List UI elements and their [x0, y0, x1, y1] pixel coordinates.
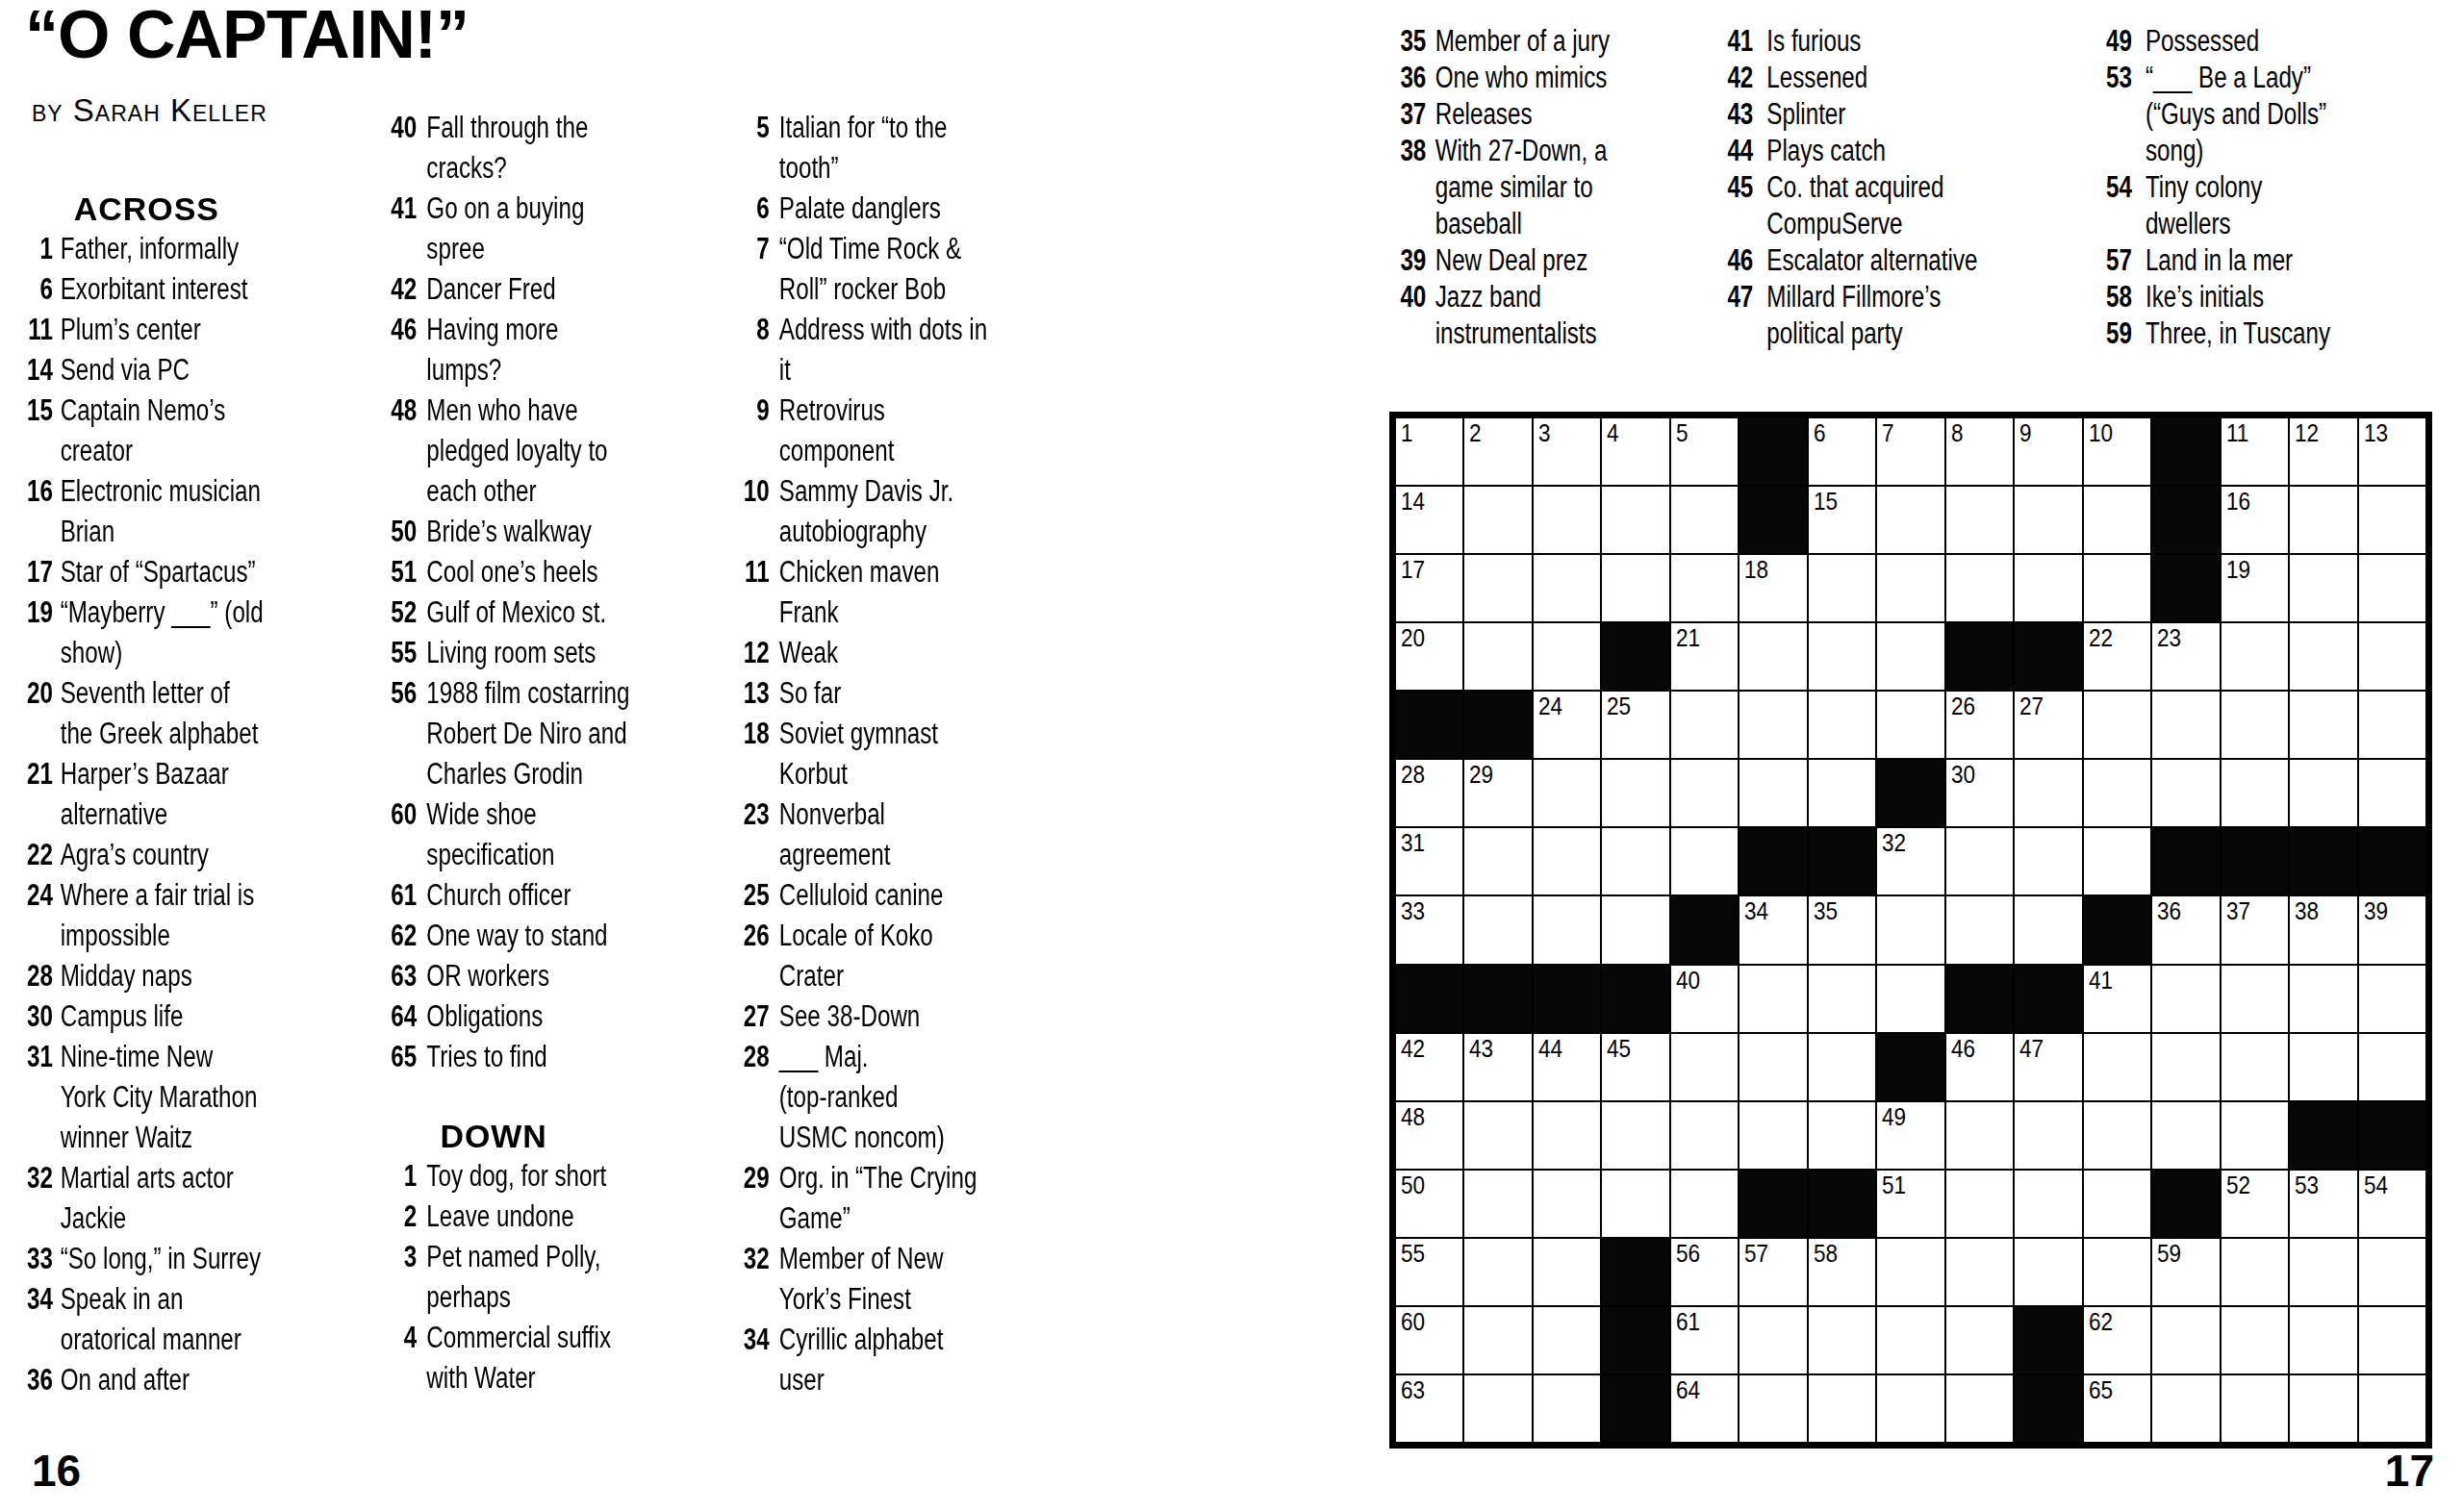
cell-r11c2[interactable]	[1464, 1102, 1531, 1169]
cell-r5c14[interactable]	[2290, 692, 2356, 758]
cell-r7c5[interactable]	[1671, 828, 1738, 895]
cell-r14c11[interactable]: 62	[2084, 1307, 2150, 1373]
clue-down-11: 11Chicken mavenFrank	[741, 552, 1029, 633]
cell-r15c5[interactable]: 64	[1671, 1375, 1738, 1442]
cell-r9c6[interactable]	[1739, 966, 1806, 1032]
clue-text: See 38-Down	[779, 999, 921, 1033]
cell-r7c3[interactable]	[1534, 828, 1600, 895]
cell-r6c2[interactable]: 29	[1464, 760, 1531, 826]
cell-r4c14[interactable]	[2290, 623, 2356, 690]
cell-r10c6[interactable]	[1739, 1034, 1806, 1100]
clue-text: Land in la mer	[2146, 243, 2293, 277]
cell-number: 23	[2157, 625, 2181, 650]
cell-r8c7[interactable]: 35	[1809, 896, 1875, 963]
cell-r12c14[interactable]: 53	[2290, 1171, 2356, 1237]
cell-r10c15[interactable]	[2359, 1034, 2425, 1100]
clue-number: 46	[380, 310, 417, 350]
clue-text: Exorbitant interest	[61, 272, 248, 306]
cell-r7c4[interactable]	[1602, 828, 1668, 895]
clue-text: Nine-time NewYork City Marathonwinner Wa…	[61, 1040, 258, 1154]
cell-r13c15[interactable]	[2359, 1239, 2425, 1305]
cell-r10c13[interactable]	[2222, 1034, 2288, 1100]
cell-r15c3[interactable]	[1534, 1375, 1600, 1442]
cell-r12c10[interactable]	[2015, 1171, 2081, 1237]
cell-r10c10[interactable]: 47	[2015, 1034, 2081, 1100]
cell-r6c14[interactable]	[2290, 760, 2356, 826]
cell-r15c9[interactable]	[1946, 1375, 2013, 1442]
cell-r11c6[interactable]	[1739, 1102, 1806, 1169]
cell-r14c6[interactable]	[1739, 1307, 1806, 1373]
cell-number: 4	[1607, 420, 1619, 445]
cell-number: 3	[1538, 420, 1551, 445]
cell-r7c8[interactable]: 32	[1877, 828, 1943, 895]
clue-number: 40	[380, 108, 417, 148]
cell-r14c12[interactable]	[2152, 1307, 2219, 1373]
cell-number: 32	[1882, 830, 1906, 855]
cell-r12c3[interactable]	[1534, 1171, 1600, 1237]
cell-r13c3[interactable]	[1534, 1239, 1600, 1305]
cell-r3c5[interactable]	[1671, 555, 1738, 621]
cell-r12c1[interactable]: 50	[1396, 1171, 1462, 1237]
cell-r2c7[interactable]: 15	[1809, 487, 1875, 553]
clue-text: One who mimics	[1435, 61, 1608, 94]
cell-r3c8[interactable]	[1877, 555, 1943, 621]
cell-r3c11[interactable]	[2084, 555, 2150, 621]
cell-r2c2[interactable]	[1464, 487, 1531, 553]
black-cell-r9c4	[1602, 966, 1668, 1032]
cell-r8c4[interactable]	[1602, 896, 1668, 963]
clue-down-4: 4Commercial suffixwith Water	[380, 1318, 678, 1399]
cell-r4c3[interactable]	[1534, 623, 1600, 690]
cell-r5c12[interactable]	[2152, 692, 2219, 758]
clue-number: 45	[1720, 169, 1753, 206]
cell-r15c8[interactable]	[1877, 1375, 1943, 1442]
cell-r4c11[interactable]: 22	[2084, 623, 2150, 690]
clue-across-50: 50Bride’s walkway	[380, 512, 678, 552]
cell-number: 52	[2226, 1172, 2250, 1197]
cell-number: 62	[2089, 1309, 2113, 1334]
cell-r1c7[interactable]: 6	[1809, 418, 1875, 485]
cell-r7c1[interactable]: 31	[1396, 828, 1462, 895]
cell-r12c5[interactable]	[1671, 1171, 1738, 1237]
cell-r5c6[interactable]	[1739, 692, 1806, 758]
clue-down-2: 2Leave undone	[380, 1197, 678, 1237]
cell-number: 24	[1538, 693, 1562, 718]
cell-r1c9[interactable]: 8	[1946, 418, 2013, 485]
clue-down-53: 53“___ Be a Lady”(“Guys and Dolls”song)	[2097, 60, 2420, 169]
cell-r12c11[interactable]	[2084, 1171, 2150, 1237]
cell-r2c5[interactable]	[1671, 487, 1738, 553]
cell-number: 29	[1469, 762, 1493, 787]
cell-number: 18	[1744, 557, 1768, 582]
cell-r11c10[interactable]	[2015, 1102, 2081, 1169]
clue-number: 8	[741, 310, 770, 350]
cell-r2c14[interactable]	[2290, 487, 2356, 553]
cell-r15c6[interactable]	[1739, 1375, 1806, 1442]
cell-r2c15[interactable]	[2359, 487, 2425, 553]
clue-across-22: 22Agra’s country	[18, 835, 303, 875]
cell-r2c11[interactable]	[2084, 487, 2150, 553]
clue-text: Obligations	[426, 999, 543, 1033]
cell-r9c8[interactable]	[1877, 966, 1943, 1032]
black-cell-r8c11	[2084, 896, 2150, 963]
cell-r4c13[interactable]	[2222, 623, 2288, 690]
cell-r1c13[interactable]: 11	[2222, 418, 2288, 485]
cell-number: 5	[1676, 420, 1689, 445]
clue-down-7: 7“Old Time Rock &Roll” rocker Bob	[741, 229, 1029, 310]
cell-r4c12[interactable]: 23	[2152, 623, 2219, 690]
clue-text: Wide shoespecification	[426, 797, 554, 871]
cell-r9c14[interactable]	[2290, 966, 2356, 1032]
cell-r6c4[interactable]	[1602, 760, 1668, 826]
cell-r15c13[interactable]	[2222, 1375, 2288, 1442]
cell-r9c13[interactable]	[2222, 966, 2288, 1032]
cell-r2c9[interactable]	[1946, 487, 2013, 553]
cell-number: 13	[2364, 420, 2388, 445]
cell-r8c8[interactable]	[1877, 896, 1943, 963]
clue-down-37: 37Releases	[1393, 96, 1686, 133]
cell-r6c3[interactable]	[1534, 760, 1600, 826]
cell-r1c11[interactable]: 10	[2084, 418, 2150, 485]
cell-r11c7[interactable]	[1809, 1102, 1875, 1169]
cell-r9c5[interactable]: 40	[1671, 966, 1738, 1032]
cell-r10c3[interactable]: 44	[1534, 1034, 1600, 1100]
cell-r14c7[interactable]	[1809, 1307, 1875, 1373]
cell-r5c8[interactable]	[1877, 692, 1943, 758]
cell-r14c1[interactable]: 60	[1396, 1307, 1462, 1373]
clue-text: On and after	[61, 1363, 190, 1397]
cell-r4c7[interactable]	[1809, 623, 1875, 690]
cell-r8c2[interactable]	[1464, 896, 1531, 963]
cell-r14c3[interactable]	[1534, 1307, 1600, 1373]
clue-text: So far	[779, 676, 842, 710]
clue-number: 25	[741, 875, 770, 916]
cell-r13c1[interactable]: 55	[1396, 1239, 1462, 1305]
cell-r9c15[interactable]	[2359, 966, 2425, 1032]
cell-r3c2[interactable]	[1464, 555, 1531, 621]
cell-r10c1[interactable]: 42	[1396, 1034, 1462, 1100]
cell-r5c4[interactable]: 25	[1602, 692, 1668, 758]
cell-r1c1[interactable]: 1	[1396, 418, 1462, 485]
clue-across-16: 16Electronic musicianBrian	[18, 471, 303, 552]
cell-r11c11[interactable]	[2084, 1102, 2150, 1169]
cell-r13c14[interactable]	[2290, 1239, 2356, 1305]
clue-text: Splinter	[1766, 97, 1845, 131]
cell-number: 54	[2364, 1172, 2388, 1197]
cell-r15c12[interactable]	[2152, 1375, 2219, 1442]
cell-r15c14[interactable]	[2290, 1375, 2356, 1442]
cell-r8c1[interactable]: 33	[1396, 896, 1462, 963]
cell-number: 25	[1607, 693, 1631, 718]
cell-r12c15[interactable]: 54	[2359, 1171, 2425, 1237]
black-cell-r7c15	[2359, 828, 2425, 895]
cell-r10c12[interactable]	[2152, 1034, 2219, 1100]
cell-r11c13[interactable]	[2222, 1102, 2288, 1169]
cell-r2c10[interactable]	[2015, 487, 2081, 553]
cell-r3c13[interactable]: 19	[2222, 555, 2288, 621]
black-cell-r9c9	[1946, 966, 2013, 1032]
black-cell-r5c1	[1396, 692, 1462, 758]
clue-down-40: 40Jazz bandinstrumentalists	[1393, 279, 1686, 352]
clue-text: Jazz bandinstrumentalists	[1435, 280, 1597, 350]
clue-number: 6	[18, 269, 53, 310]
cell-r14c9[interactable]	[1946, 1307, 2013, 1373]
cell-r1c8[interactable]: 7	[1877, 418, 1943, 485]
cell-r1c14[interactable]: 12	[2290, 418, 2356, 485]
cell-r15c2[interactable]	[1464, 1375, 1531, 1442]
cell-r15c7[interactable]	[1809, 1375, 1875, 1442]
clue-text: 1988 film costarringRobert De Niro andCh…	[426, 676, 629, 791]
cell-r10c4[interactable]: 45	[1602, 1034, 1668, 1100]
cell-r3c15[interactable]	[2359, 555, 2425, 621]
cell-number: 17	[1401, 557, 1425, 582]
cell-r6c10[interactable]	[2015, 760, 2081, 826]
cell-r3c4[interactable]	[1602, 555, 1668, 621]
clue-number: 61	[380, 875, 417, 916]
clue-down-35: 35Member of a jury	[1393, 23, 1686, 60]
clue-text: Org. in “The CryingGame”	[779, 1161, 978, 1235]
clue-number: 53	[2097, 60, 2132, 96]
cell-r11c3[interactable]	[1534, 1102, 1600, 1169]
cell-r13c13[interactable]	[2222, 1239, 2288, 1305]
cell-r2c8[interactable]	[1877, 487, 1943, 553]
black-cell-r2c6	[1739, 487, 1806, 553]
cell-r15c1[interactable]: 63	[1396, 1375, 1462, 1442]
clue-text: “Old Time Rock &Roll” rocker Bob	[779, 232, 961, 306]
clue-column-6: 49Possessed53“___ Be a Lady”(“Guys and D…	[2097, 23, 2420, 352]
cell-r4c1[interactable]: 20	[1396, 623, 1462, 690]
cell-r13c9[interactable]	[1946, 1239, 2013, 1305]
cell-r5c13[interactable]	[2222, 692, 2288, 758]
clue-text: Men who havepledged loyalty toeach other	[426, 393, 607, 508]
cell-r6c13[interactable]	[2222, 760, 2288, 826]
cell-r2c1[interactable]: 14	[1396, 487, 1462, 553]
cell-number: 59	[2157, 1241, 2181, 1266]
cell-r5c11[interactable]	[2084, 692, 2150, 758]
cell-r13c7[interactable]: 58	[1809, 1239, 1875, 1305]
cell-r1c10[interactable]: 9	[2015, 418, 2081, 485]
black-cell-r14c4	[1602, 1307, 1668, 1373]
cell-r10c7[interactable]	[1809, 1034, 1875, 1100]
cell-number: 55	[1401, 1241, 1425, 1266]
cell-r5c5[interactable]	[1671, 692, 1738, 758]
cell-r6c6[interactable]	[1739, 760, 1806, 826]
byline: by Sarah Keller	[32, 92, 267, 129]
cell-r11c1[interactable]: 48	[1396, 1102, 1462, 1169]
cell-r2c13[interactable]: 16	[2222, 487, 2288, 553]
clue-down-5: 5Italian for “to thetooth”	[741, 108, 1029, 189]
black-cell-r7c7	[1809, 828, 1875, 895]
clue-number: 19	[18, 592, 53, 633]
cell-r4c5[interactable]: 21	[1671, 623, 1738, 690]
cell-r13c6[interactable]: 57	[1739, 1239, 1806, 1305]
cell-r11c8[interactable]: 49	[1877, 1102, 1943, 1169]
cell-r4c6[interactable]	[1739, 623, 1806, 690]
cell-number: 43	[1469, 1036, 1493, 1061]
cell-r13c10[interactable]	[2015, 1239, 2081, 1305]
cell-r11c4[interactable]	[1602, 1102, 1668, 1169]
cell-r8c14[interactable]: 38	[2290, 896, 2356, 963]
cell-r8c3[interactable]	[1534, 896, 1600, 963]
cell-r11c5[interactable]	[1671, 1102, 1738, 1169]
clue-across-6: 6Exorbitant interest	[18, 269, 303, 310]
crossword-grid: 1234567891011121314151617181920212223242…	[1389, 412, 2432, 1449]
cell-r2c3[interactable]	[1534, 487, 1600, 553]
cell-r8c15[interactable]: 39	[2359, 896, 2425, 963]
clue-number: 20	[18, 673, 53, 714]
clue-text: Possessed	[2146, 24, 2259, 58]
clue-across-32: 32Martial arts actorJackie	[18, 1158, 303, 1239]
cell-r8c10[interactable]	[2015, 896, 2081, 963]
clue-across-36: 36On and after	[18, 1360, 303, 1400]
cell-r14c2[interactable]	[1464, 1307, 1531, 1373]
cell-r12c8[interactable]: 51	[1877, 1171, 1943, 1237]
clue-across-24: 24Where a fair trial isimpossible	[18, 875, 303, 956]
cell-r7c10[interactable]	[2015, 828, 2081, 895]
cell-number: 50	[1401, 1172, 1425, 1197]
cell-r1c4[interactable]: 4	[1602, 418, 1668, 485]
clue-text: Sammy Davis Jr.autobiography	[779, 474, 953, 548]
cell-r13c2[interactable]	[1464, 1239, 1531, 1305]
cell-r12c2[interactable]	[1464, 1171, 1531, 1237]
cell-r15c15[interactable]	[2359, 1375, 2425, 1442]
cell-r6c7[interactable]	[1809, 760, 1875, 826]
cell-r14c13[interactable]	[2222, 1307, 2288, 1373]
cell-r14c8[interactable]	[1877, 1307, 1943, 1373]
clue-number: 33	[18, 1239, 53, 1279]
clue-text: ___ Maj.(top-rankedUSMC noncom)	[779, 1040, 945, 1154]
down-header: DOWN	[440, 1116, 744, 1156]
cell-r4c2[interactable]	[1464, 623, 1531, 690]
cell-number: 61	[1676, 1309, 1700, 1334]
cell-r6c5[interactable]	[1671, 760, 1738, 826]
cell-r8c13[interactable]: 37	[2222, 896, 2288, 963]
cell-r12c4[interactable]	[1602, 1171, 1668, 1237]
clue-text: Having morelumps?	[426, 313, 558, 387]
clue-down-38: 38With 27-Down, agame similar tobaseball	[1393, 133, 1686, 242]
clue-down-46: 46Escalator alternative	[1720, 242, 2036, 279]
black-cell-r10c8	[1877, 1034, 1943, 1100]
cell-r5c15[interactable]	[2359, 692, 2425, 758]
cell-r3c9[interactable]	[1946, 555, 2013, 621]
cell-r11c9[interactable]	[1946, 1102, 2013, 1169]
cell-r14c5[interactable]: 61	[1671, 1307, 1738, 1373]
cell-r3c7[interactable]	[1809, 555, 1875, 621]
cell-r10c9[interactable]: 46	[1946, 1034, 2013, 1100]
cell-r1c15[interactable]: 13	[2359, 418, 2425, 485]
clue-number: 37	[1393, 96, 1426, 133]
clue-text: Agra’s country	[61, 838, 209, 871]
cell-number: 6	[1814, 420, 1826, 445]
cell-r10c11[interactable]	[2084, 1034, 2150, 1100]
clue-text: Releases	[1435, 97, 1533, 131]
cell-r9c11[interactable]: 41	[2084, 966, 2150, 1032]
cell-r6c9[interactable]: 30	[1946, 760, 2013, 826]
cell-r11c12[interactable]	[2152, 1102, 2219, 1169]
clue-across-42: 42Dancer Fred	[380, 269, 678, 310]
clue-column-3: 5Italian for “to thetooth”6Palate dangle…	[741, 108, 1029, 1400]
cell-r5c9[interactable]: 26	[1946, 692, 2013, 758]
cell-r7c11[interactable]	[2084, 828, 2150, 895]
cell-r2c4[interactable]	[1602, 487, 1668, 553]
cell-r8c6[interactable]: 34	[1739, 896, 1806, 963]
clue-down-57: 57Land in la mer	[2097, 242, 2420, 279]
cell-r6c12[interactable]	[2152, 760, 2219, 826]
cell-r13c8[interactable]	[1877, 1239, 1943, 1305]
cell-r10c2[interactable]: 43	[1464, 1034, 1531, 1100]
cell-r13c5[interactable]: 56	[1671, 1239, 1738, 1305]
cell-r6c15[interactable]	[2359, 760, 2425, 826]
clue-text: Gulf of Mexico st.	[426, 595, 606, 629]
cell-r1c3[interactable]: 3	[1534, 418, 1600, 485]
clue-text: Captain Nemo’screator	[61, 393, 226, 467]
black-cell-r13c4	[1602, 1239, 1668, 1305]
cell-r3c3[interactable]	[1534, 555, 1600, 621]
cell-r13c11[interactable]	[2084, 1239, 2150, 1305]
cell-r5c3[interactable]: 24	[1534, 692, 1600, 758]
clue-down-34: 34Cyrillic alphabetuser	[741, 1320, 1029, 1400]
cell-r3c10[interactable]	[2015, 555, 2081, 621]
cell-r1c2[interactable]: 2	[1464, 418, 1531, 485]
clue-down-10: 10Sammy Davis Jr.autobiography	[741, 471, 1029, 552]
clue-number: 58	[2097, 279, 2132, 315]
clue-number: 11	[18, 310, 53, 350]
clue-column-1: ACROSS1Father, informally6Exorbitant int…	[18, 189, 303, 1400]
black-cell-r12c6	[1739, 1171, 1806, 1237]
cell-r5c10[interactable]: 27	[2015, 692, 2081, 758]
black-cell-r9c3	[1534, 966, 1600, 1032]
cell-r14c14[interactable]	[2290, 1307, 2356, 1373]
clue-down-28: 28___ Maj.(top-rankedUSMC noncom)	[741, 1037, 1029, 1158]
cell-r12c9[interactable]	[1946, 1171, 2013, 1237]
cell-r3c6[interactable]: 18	[1739, 555, 1806, 621]
clue-text: Cool one’s heels	[426, 555, 597, 589]
cell-r12c13[interactable]: 52	[2222, 1171, 2288, 1237]
cell-r9c7[interactable]	[1809, 966, 1875, 1032]
clue-text: Weak	[779, 636, 838, 669]
cell-r4c8[interactable]	[1877, 623, 1943, 690]
cell-r3c1[interactable]: 17	[1396, 555, 1462, 621]
cell-r5c7[interactable]	[1809, 692, 1875, 758]
cell-r8c9[interactable]	[1946, 896, 2013, 963]
clue-text: Campus life	[61, 999, 184, 1033]
clue-down-27: 27See 38-Down	[741, 996, 1029, 1037]
cell-r10c5[interactable]	[1671, 1034, 1738, 1100]
cell-r13c12[interactable]: 59	[2152, 1239, 2219, 1305]
cell-number: 37	[2226, 898, 2250, 923]
clue-text: Bride’s walkway	[426, 515, 592, 548]
clue-number: 16	[18, 471, 53, 512]
black-cell-r2c12	[2152, 487, 2219, 553]
cell-r15c11[interactable]: 65	[2084, 1375, 2150, 1442]
black-cell-r9c10	[2015, 966, 2081, 1032]
cell-r8c12[interactable]: 36	[2152, 896, 2219, 963]
cell-r4c15[interactable]	[2359, 623, 2425, 690]
cell-r6c11[interactable]	[2084, 760, 2150, 826]
cell-r6c1[interactable]: 28	[1396, 760, 1462, 826]
clue-number: 64	[380, 996, 417, 1037]
cell-r3c14[interactable]	[2290, 555, 2356, 621]
black-cell-r7c6	[1739, 828, 1806, 895]
clue-down-36: 36One who mimics	[1393, 60, 1686, 96]
cell-r14c15[interactable]	[2359, 1307, 2425, 1373]
cell-r1c5[interactable]: 5	[1671, 418, 1738, 485]
cell-r10c14[interactable]	[2290, 1034, 2356, 1100]
cell-r7c2[interactable]	[1464, 828, 1531, 895]
cell-r7c9[interactable]	[1946, 828, 2013, 895]
cell-r9c12[interactable]	[2152, 966, 2219, 1032]
clue-number: 36	[18, 1360, 53, 1400]
